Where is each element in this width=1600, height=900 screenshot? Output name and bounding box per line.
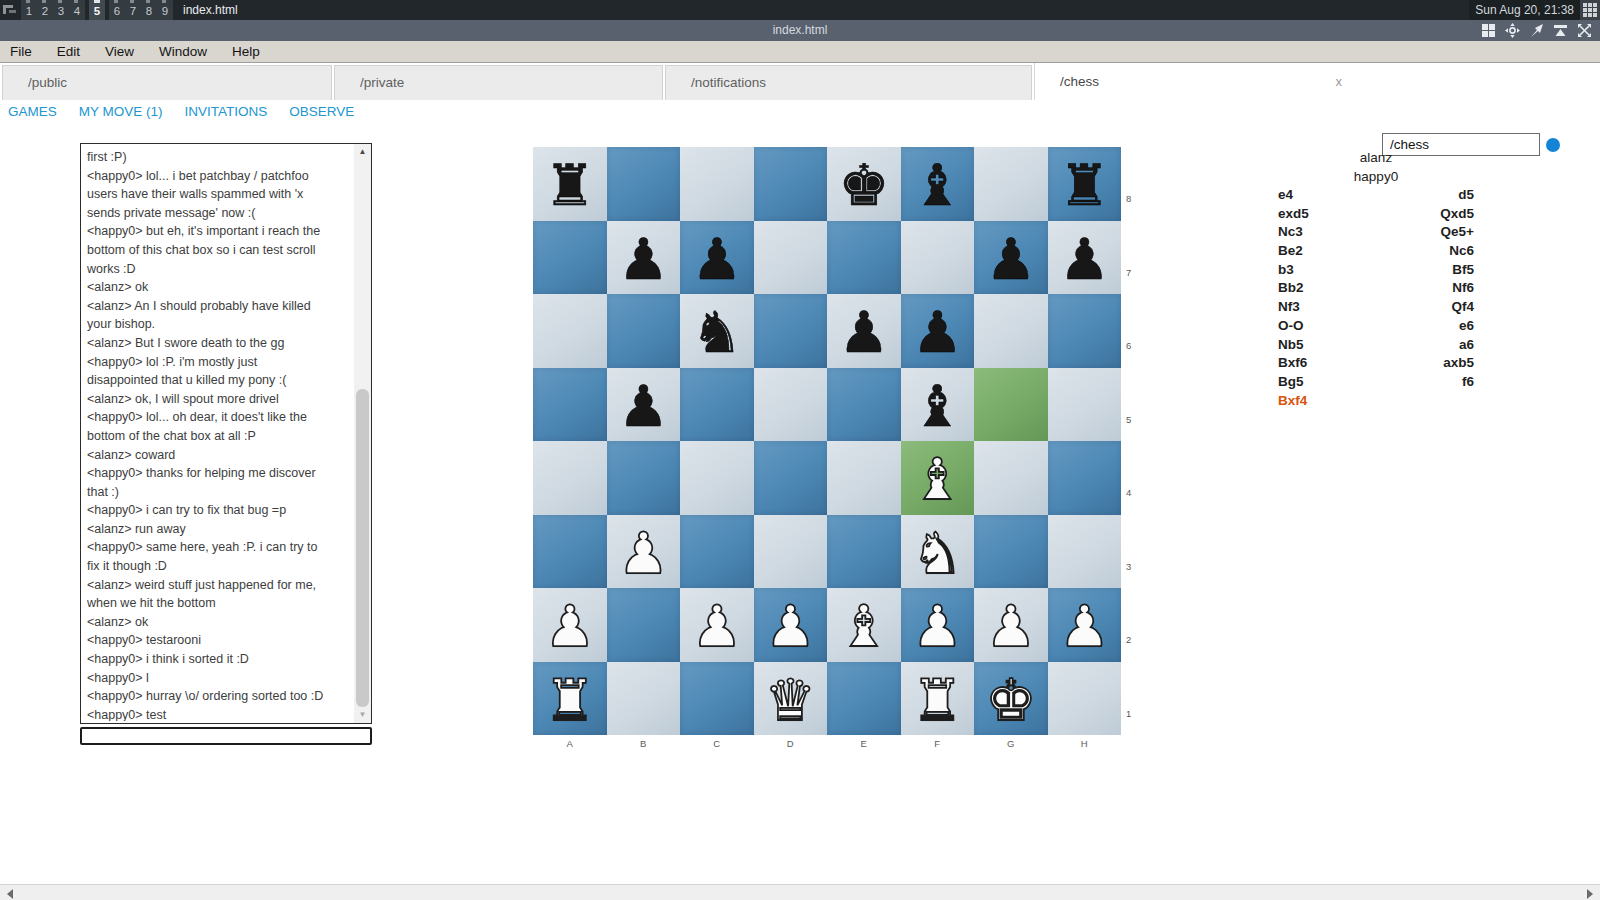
square-b4[interactable] xyxy=(607,441,681,515)
chat-line: <alanz> An I should probably have killed xyxy=(87,297,351,316)
square-d1[interactable]: ♛ xyxy=(754,662,828,736)
rank-label-8: 8 xyxy=(1126,193,1131,204)
square-h4[interactable] xyxy=(1048,441,1122,515)
white-bishop-f4: ♝ xyxy=(901,441,975,515)
move-row: Bxf4 xyxy=(1278,393,1474,412)
systray-grid-icon[interactable] xyxy=(1580,0,1600,20)
square-h1[interactable] xyxy=(1048,662,1122,736)
tab-bar: /public/private/notifications/chessx xyxy=(0,63,1600,100)
chat-line: works :D xyxy=(87,260,351,279)
square-h3[interactable] xyxy=(1048,515,1122,589)
file-label-e: E xyxy=(827,738,901,749)
black-move: f6 xyxy=(1462,374,1474,393)
subnav-invitations[interactable]: INVITATIONS xyxy=(185,104,268,119)
chat-line: <happy0> but eh, it's important i reach … xyxy=(87,222,351,241)
file-label-f: F xyxy=(901,738,975,749)
tab-private[interactable]: /private xyxy=(334,65,663,100)
player-names: alanz happy0 xyxy=(1278,149,1474,186)
subnav-my-move-1[interactable]: MY MOVE (1) xyxy=(79,104,163,119)
square-f4[interactable]: ♝ xyxy=(901,441,975,515)
move-row: e4d5 xyxy=(1278,187,1474,206)
square-e6[interactable]: ♟ xyxy=(827,294,901,368)
file-label-h: H xyxy=(1048,738,1122,749)
white-move: b3 xyxy=(1278,262,1294,281)
file-label-a: A xyxy=(533,738,607,749)
square-a1[interactable]: ♜ xyxy=(533,662,607,736)
workspace-1[interactable]: 1 xyxy=(21,0,37,20)
square-g2[interactable]: ♟ xyxy=(974,588,1048,662)
square-c1[interactable] xyxy=(680,662,754,736)
black-move: Nf6 xyxy=(1452,280,1474,299)
black-move: d5 xyxy=(1458,187,1474,206)
square-d5[interactable] xyxy=(754,368,828,442)
chat-line: first :P) xyxy=(87,148,351,167)
square-g8[interactable] xyxy=(974,147,1048,221)
menu-window[interactable]: Window xyxy=(157,44,209,59)
white-pawn-d2: ♟ xyxy=(754,588,828,662)
chat-line: disappointed that u killed my pony :( xyxy=(87,371,351,390)
white-bishop-e2: ♝ xyxy=(827,588,901,662)
square-d7[interactable] xyxy=(754,221,828,295)
white-move: Bb2 xyxy=(1278,280,1304,299)
square-e1[interactable] xyxy=(827,662,901,736)
move-row: Bxf6axb5 xyxy=(1278,355,1474,374)
white-pawn-b3: ♟ xyxy=(607,515,681,589)
chat-line: <happy0> same here, yeah :P. i can try t… xyxy=(87,538,351,557)
white-rook-a1: ♜ xyxy=(533,662,607,736)
square-h6[interactable] xyxy=(1048,294,1122,368)
workspace-5[interactable]: 5 xyxy=(89,0,105,20)
chat-scrollbar[interactable]: ▲ ▼ xyxy=(354,144,371,723)
chat-line: <happy0> lol :P. i'm mostly just xyxy=(87,353,351,372)
menu-view[interactable]: View xyxy=(103,44,136,59)
workspace-4[interactable]: 4 xyxy=(69,0,85,20)
chat-message-input[interactable] xyxy=(80,727,372,745)
square-e3[interactable] xyxy=(827,515,901,589)
file-label-c: C xyxy=(680,738,754,749)
black-move: e6 xyxy=(1459,318,1474,337)
square-f3[interactable]: ♞ xyxy=(901,515,975,589)
square-e4[interactable] xyxy=(827,441,901,515)
square-d2[interactable]: ♟ xyxy=(754,588,828,662)
tab-public[interactable]: /public xyxy=(2,65,332,100)
move-row: b3Bf5 xyxy=(1278,262,1474,281)
square-a5[interactable] xyxy=(533,368,607,442)
square-e5[interactable] xyxy=(827,368,901,442)
chat-line: users have their walls spammed with 'x xyxy=(87,185,351,204)
menu-file[interactable]: File xyxy=(8,44,34,59)
chat-line: <happy0> thanks for helping me discover xyxy=(87,464,351,483)
square-f5[interactable]: ♝ xyxy=(901,368,975,442)
black-knight-c6: ♞ xyxy=(680,294,754,368)
player-black: happy0 xyxy=(1278,168,1474,187)
white-move: exd5 xyxy=(1278,206,1309,225)
square-g5[interactable] xyxy=(974,368,1048,442)
chat-line: when we hit the bottom xyxy=(87,594,351,613)
white-knight-f3: ♞ xyxy=(901,515,975,589)
chat-line: <alanz> But I swore death to the gg xyxy=(87,334,351,353)
square-a6[interactable] xyxy=(533,294,607,368)
square-a4[interactable] xyxy=(533,441,607,515)
black-pawn-f6: ♟ xyxy=(901,294,975,368)
chat-line: bottom of the chat box at all :P xyxy=(87,427,351,446)
chat-line: <happy0> i think i sorted it :D xyxy=(87,650,351,669)
file-label-g: G xyxy=(974,738,1048,749)
black-move: a6 xyxy=(1459,337,1474,356)
chat-line: <alanz> weird stuff just happened for me… xyxy=(87,576,351,595)
white-move: Nb5 xyxy=(1278,337,1304,356)
workspace-8[interactable]: 8 xyxy=(141,0,157,20)
white-move: Be2 xyxy=(1278,243,1303,262)
square-g3[interactable] xyxy=(974,515,1048,589)
chat-line: fix it though :D xyxy=(87,557,351,576)
chat-line: that :) xyxy=(87,483,351,502)
square-c4[interactable] xyxy=(680,441,754,515)
square-d8[interactable] xyxy=(754,147,828,221)
square-b5[interactable]: ♟ xyxy=(607,368,681,442)
horizontal-scrollbar[interactable] xyxy=(0,884,1600,900)
black-rook-a8: ♜ xyxy=(533,147,607,221)
move-row: Bb2Nf6 xyxy=(1278,280,1474,299)
workspace-window-title: index.html xyxy=(183,3,238,17)
black-move: Bf5 xyxy=(1452,262,1474,281)
subnav-games[interactable]: GAMES xyxy=(8,104,57,119)
move-row: Nc3Qe5+ xyxy=(1278,224,1474,243)
tab-close-icon[interactable]: x xyxy=(1336,63,1343,101)
chat-line: <happy0> i can try to fix that bug =p xyxy=(87,501,351,520)
white-pawn-g2: ♟ xyxy=(974,588,1048,662)
square-d6[interactable] xyxy=(754,294,828,368)
move-row: Nb5a6 xyxy=(1278,337,1474,356)
workspace-2[interactable]: 2 xyxy=(37,0,53,20)
player-white: alanz xyxy=(1278,149,1474,168)
move-row: Be2Nc6 xyxy=(1278,243,1474,262)
system-bar: 123456789 index.html Sun Aug 20, 21:38 xyxy=(0,0,1600,20)
white-move: Bxf4 xyxy=(1278,393,1307,412)
chat-line: <happy0> test xyxy=(87,706,351,721)
rank-label-2: 2 xyxy=(1126,634,1131,645)
square-c3[interactable] xyxy=(680,515,754,589)
chat-line: <alanz> run away xyxy=(87,520,351,539)
connection-status-dot xyxy=(1546,138,1560,152)
black-bishop-f8: ♝ xyxy=(901,147,975,221)
pin-icon[interactable] xyxy=(1529,23,1544,38)
workspace-9[interactable]: 9 xyxy=(157,0,173,20)
move-row: Bg5f6 xyxy=(1278,374,1474,393)
grid-icon[interactable] xyxy=(1481,23,1496,38)
square-g4[interactable] xyxy=(974,441,1048,515)
black-pawn-g7: ♟ xyxy=(974,221,1048,295)
square-f2[interactable]: ♟ xyxy=(901,588,975,662)
black-pawn-b7: ♟ xyxy=(607,221,681,295)
white-move: O-O xyxy=(1278,318,1304,337)
square-a3[interactable] xyxy=(533,515,607,589)
chat-line: <alanz> ok xyxy=(87,278,351,297)
white-pawn-h2: ♟ xyxy=(1048,588,1122,662)
chess-board: ♜♚♝♜♟♟♟♟♞♟♟♟♝♝♟♞♟♟♟♝♟♟♟♜♛♜♚ xyxy=(533,147,1121,735)
rank-label-3: 3 xyxy=(1126,561,1131,572)
file-label-d: D xyxy=(754,738,828,749)
square-g7[interactable]: ♟ xyxy=(974,221,1048,295)
window-titlebar: index.html xyxy=(0,20,1600,41)
square-e7[interactable] xyxy=(827,221,901,295)
square-d4[interactable] xyxy=(754,441,828,515)
window-title: index.html xyxy=(0,20,1600,41)
clock: Sun Aug 20, 21:38 xyxy=(1469,0,1580,20)
white-queen-d1: ♛ xyxy=(754,662,828,736)
resize-icon[interactable] xyxy=(1577,23,1592,38)
menu-bar: FileEditViewWindowHelp xyxy=(0,41,1600,63)
chat-line: <happy0> hurray \o/ ordering sorted too … xyxy=(87,687,351,706)
square-c7[interactable]: ♟ xyxy=(680,221,754,295)
white-move: Bxf6 xyxy=(1278,355,1307,374)
scroll-down-arrow-icon[interactable]: ▼ xyxy=(354,707,371,723)
white-rook-f1: ♜ xyxy=(901,662,975,736)
white-pawn-a2: ♟ xyxy=(533,588,607,662)
scroll-up-arrow-icon[interactable]: ▲ xyxy=(354,144,371,160)
move-list: e4d5exd5Qxd5Nc3Qe5+Be2Nc6b3Bf5Bb2Nf6Nf3Q… xyxy=(1278,187,1474,411)
chat-line: <happy0> testarooni xyxy=(87,631,351,650)
scroll-right-arrow-icon[interactable] xyxy=(1587,889,1593,899)
black-pawn-e6: ♟ xyxy=(827,294,901,368)
tab-chess[interactable]: /chessx xyxy=(1034,63,1356,100)
move-icon[interactable] xyxy=(1505,23,1520,38)
square-f1[interactable]: ♜ xyxy=(901,662,975,736)
chat-line: your bishop. xyxy=(87,315,351,334)
square-h7[interactable]: ♟ xyxy=(1048,221,1122,295)
rank-label-4: 4 xyxy=(1126,487,1131,498)
workspace-6[interactable]: 6 xyxy=(109,0,125,20)
square-f7[interactable] xyxy=(901,221,975,295)
white-move: Nc3 xyxy=(1278,224,1303,243)
workspace-3[interactable]: 3 xyxy=(53,0,69,20)
square-c5[interactable] xyxy=(680,368,754,442)
scroll-left-arrow-icon[interactable] xyxy=(7,889,13,899)
white-pawn-c2: ♟ xyxy=(680,588,754,662)
black-bishop-f5: ♝ xyxy=(901,368,975,442)
square-d3[interactable] xyxy=(754,515,828,589)
rank-label-7: 7 xyxy=(1126,267,1131,278)
square-b1[interactable] xyxy=(607,662,681,736)
square-g1[interactable]: ♚ xyxy=(974,662,1048,736)
white-pawn-f2: ♟ xyxy=(901,588,975,662)
chat-scrollbar-thumb[interactable] xyxy=(356,389,369,707)
square-a7[interactable] xyxy=(533,221,607,295)
rank-label-5: 5 xyxy=(1126,414,1131,425)
wm-logo-icon xyxy=(3,4,17,16)
move-row: O-Oe6 xyxy=(1278,318,1474,337)
chat-line: <happy0> lol... i bet patchbay / patchfo… xyxy=(87,167,351,186)
white-move: e4 xyxy=(1278,187,1293,206)
rank-label-6: 6 xyxy=(1126,340,1131,351)
move-row: exd5Qxd5 xyxy=(1278,206,1474,225)
move-row: Nf3Qf4 xyxy=(1278,299,1474,318)
square-e2[interactable]: ♝ xyxy=(827,588,901,662)
shade-icon[interactable] xyxy=(1553,23,1568,38)
square-c2[interactable]: ♟ xyxy=(680,588,754,662)
square-f6[interactable]: ♟ xyxy=(901,294,975,368)
chat-line: <alanz> ok, I will spout more drivel xyxy=(87,390,351,409)
black-rook-h8: ♜ xyxy=(1048,147,1122,221)
square-g6[interactable] xyxy=(974,294,1048,368)
chat-log: first :P)<happy0> lol... i bet patchbay … xyxy=(80,143,372,724)
white-move: Bg5 xyxy=(1278,374,1304,393)
square-h5[interactable] xyxy=(1048,368,1122,442)
black-pawn-c7: ♟ xyxy=(680,221,754,295)
chess-subnav: GAMESMY MOVE (1)INVITATIONSOBSERVE xyxy=(8,104,354,119)
square-h2[interactable]: ♟ xyxy=(1048,588,1122,662)
square-c8[interactable] xyxy=(680,147,754,221)
chat-line: <alanz> ok xyxy=(87,613,351,632)
square-b8[interactable] xyxy=(607,147,681,221)
tab-notifications[interactable]: /notifications xyxy=(665,65,1032,100)
workspace-switcher: 123456789 xyxy=(21,0,173,20)
workspace-7[interactable]: 7 xyxy=(125,0,141,20)
black-move: Nc6 xyxy=(1449,243,1474,262)
black-move: Qe5+ xyxy=(1441,224,1474,243)
black-pawn-b5: ♟ xyxy=(607,368,681,442)
chat-line: bottom of this chat box so i can test sc… xyxy=(87,241,351,260)
black-king-e8: ♚ xyxy=(827,147,901,221)
white-move: Nf3 xyxy=(1278,299,1300,318)
chat-line: sends private message' now :( xyxy=(87,204,351,223)
black-move: Qf4 xyxy=(1451,299,1474,318)
chat-line: <happy0> lol... oh dear, it does't like … xyxy=(87,408,351,427)
subnav-observe[interactable]: OBSERVE xyxy=(289,104,354,119)
square-c6[interactable]: ♞ xyxy=(680,294,754,368)
square-b3[interactable]: ♟ xyxy=(607,515,681,589)
rank-label-1: 1 xyxy=(1126,708,1131,719)
menu-help[interactable]: Help xyxy=(230,44,262,59)
chat-line: <alanz> coward xyxy=(87,446,351,465)
black-pawn-h7: ♟ xyxy=(1048,221,1122,295)
chat-line: <happy0> l xyxy=(87,669,351,688)
black-move: Qxd5 xyxy=(1440,206,1474,225)
square-f8[interactable]: ♝ xyxy=(901,147,975,221)
black-move: axb5 xyxy=(1443,355,1474,374)
square-b6[interactable] xyxy=(607,294,681,368)
chat-messages: first :P)<happy0> lol... i bet patchbay … xyxy=(87,148,351,721)
file-label-b: B xyxy=(607,738,681,749)
square-h8[interactable]: ♜ xyxy=(1048,147,1122,221)
square-e8[interactable]: ♚ xyxy=(827,147,901,221)
square-a8[interactable]: ♜ xyxy=(533,147,607,221)
menu-edit[interactable]: Edit xyxy=(55,44,82,59)
square-b2[interactable] xyxy=(607,588,681,662)
white-king-g1: ♚ xyxy=(974,662,1048,736)
square-b7[interactable]: ♟ xyxy=(607,221,681,295)
square-a2[interactable]: ♟ xyxy=(533,588,607,662)
